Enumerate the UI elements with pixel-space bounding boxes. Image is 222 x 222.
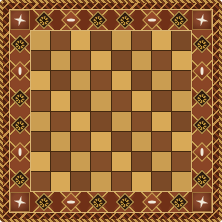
band-cell — [10, 111, 30, 138]
square-g5[interactable] — [152, 91, 171, 110]
ivory-marquise-inlay — [61, 10, 81, 30]
band-cell — [138, 10, 165, 30]
square-f4[interactable] — [132, 112, 151, 131]
rosette-medallion — [11, 115, 29, 133]
band-cell — [111, 192, 138, 212]
square-e8[interactable] — [112, 31, 131, 50]
band-bottom — [30, 192, 192, 212]
square-g8[interactable] — [152, 31, 171, 50]
square-f5[interactable] — [132, 91, 151, 110]
band-cell — [30, 10, 57, 30]
square-e3[interactable] — [112, 132, 131, 151]
rosette-medallion — [193, 115, 211, 133]
square-b6[interactable] — [51, 71, 70, 90]
chessboard-photo — [0, 0, 222, 222]
square-h2[interactable] — [172, 152, 191, 171]
band-cell — [192, 30, 212, 57]
square-f1[interactable] — [132, 172, 151, 191]
corner-star-inlay — [10, 10, 30, 30]
band-cell — [57, 10, 84, 30]
square-h7[interactable] — [172, 51, 191, 70]
square-d8[interactable] — [91, 31, 110, 50]
band-cell — [192, 84, 212, 111]
ivory-marquise-inlay — [142, 10, 162, 30]
band-cell — [111, 10, 138, 30]
band-cell — [192, 138, 212, 165]
square-h6[interactable] — [172, 71, 191, 90]
square-c3[interactable] — [71, 132, 90, 151]
band-top — [30, 10, 192, 30]
square-c2[interactable] — [71, 152, 90, 171]
rosette-medallion — [11, 88, 29, 106]
rosette-medallion — [11, 169, 29, 187]
rosette-medallion — [88, 193, 106, 211]
square-c6[interactable] — [71, 71, 90, 90]
square-a6[interactable] — [31, 71, 50, 90]
square-g2[interactable] — [152, 152, 171, 171]
square-c7[interactable] — [71, 51, 90, 70]
square-d6[interactable] — [91, 71, 110, 90]
square-d2[interactable] — [91, 152, 110, 171]
square-h3[interactable] — [172, 132, 191, 151]
corner-star-inlay — [192, 10, 212, 30]
band-cell — [192, 165, 212, 192]
square-f6[interactable] — [132, 71, 151, 90]
ivory-marquise-inlay — [10, 61, 30, 81]
band-cell — [10, 84, 30, 111]
square-h4[interactable] — [172, 112, 191, 131]
band-cell — [57, 192, 84, 212]
square-h1[interactable] — [172, 172, 191, 191]
square-b5[interactable] — [51, 91, 70, 110]
square-b3[interactable] — [51, 132, 70, 151]
square-f2[interactable] — [132, 152, 151, 171]
ivory-marquise-inlay — [61, 192, 81, 212]
ivory-marquise-inlay — [142, 192, 162, 212]
square-a4[interactable] — [31, 112, 50, 131]
square-b2[interactable] — [51, 152, 70, 171]
rosette-medallion — [115, 11, 133, 29]
band-right — [192, 30, 212, 192]
rosette-medallion — [34, 11, 52, 29]
square-a3[interactable] — [31, 132, 50, 151]
rosette-medallion — [88, 11, 106, 29]
square-h5[interactable] — [172, 91, 191, 110]
square-e2[interactable] — [112, 152, 131, 171]
square-b7[interactable] — [51, 51, 70, 70]
corner-star-inlay — [192, 192, 212, 212]
band-cell — [192, 57, 212, 84]
square-c1[interactable] — [71, 172, 90, 191]
square-e6[interactable] — [112, 71, 131, 90]
square-b4[interactable] — [51, 112, 70, 131]
square-a5[interactable] — [31, 91, 50, 110]
square-b1[interactable] — [51, 172, 70, 191]
square-e4[interactable] — [112, 112, 131, 131]
square-f7[interactable] — [132, 51, 151, 70]
square-b8[interactable] — [51, 31, 70, 50]
rosette-medallion — [193, 169, 211, 187]
band-cell — [30, 192, 57, 212]
band-cell — [138, 192, 165, 212]
square-d3[interactable] — [91, 132, 110, 151]
band-cell — [165, 192, 192, 212]
square-a8[interactable] — [31, 31, 50, 50]
rosette-medallion — [34, 193, 52, 211]
band-cell — [84, 192, 111, 212]
square-d1[interactable] — [91, 172, 110, 191]
square-a2[interactable] — [31, 152, 50, 171]
square-c8[interactable] — [71, 31, 90, 50]
square-g3[interactable] — [152, 132, 171, 151]
band-cell — [192, 111, 212, 138]
square-c4[interactable] — [71, 112, 90, 131]
square-e1[interactable] — [112, 172, 131, 191]
square-g6[interactable] — [152, 71, 171, 90]
rosette-medallion — [11, 34, 29, 52]
rosette-medallion — [193, 34, 211, 52]
ivory-marquise-inlay — [192, 142, 212, 162]
band-left — [10, 30, 30, 192]
ivory-marquise-inlay — [192, 61, 212, 81]
band-cell — [165, 10, 192, 30]
corner-star-inlay — [10, 192, 30, 212]
band-cell — [10, 30, 30, 57]
band-cell — [10, 57, 30, 84]
square-a7[interactable] — [31, 51, 50, 70]
square-d7[interactable] — [91, 51, 110, 70]
square-f8[interactable] — [132, 31, 151, 50]
square-g4[interactable] — [152, 112, 171, 131]
board-grid — [30, 30, 192, 192]
square-e7[interactable] — [112, 51, 131, 70]
square-c5[interactable] — [71, 91, 90, 110]
square-e5[interactable] — [112, 91, 131, 110]
band-cell — [10, 165, 30, 192]
ivory-marquise-inlay — [10, 142, 30, 162]
band-cell — [10, 138, 30, 165]
rosette-medallion — [115, 193, 133, 211]
square-g1[interactable] — [152, 172, 171, 191]
square-g7[interactable] — [152, 51, 171, 70]
band-cell — [84, 10, 111, 30]
rosette-medallion — [193, 88, 211, 106]
rosette-medallion — [169, 11, 187, 29]
square-d4[interactable] — [91, 112, 110, 131]
square-f3[interactable] — [132, 132, 151, 151]
square-d5[interactable] — [91, 91, 110, 110]
rosette-medallion — [169, 193, 187, 211]
square-a1[interactable] — [31, 172, 50, 191]
square-h8[interactable] — [172, 31, 191, 50]
